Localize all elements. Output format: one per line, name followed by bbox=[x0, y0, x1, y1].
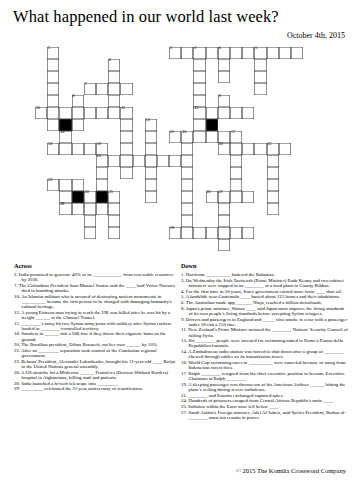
grid-cell[interactable]: 21 bbox=[267, 143, 279, 155]
grid-cell[interactable] bbox=[169, 155, 181, 167]
grid-cell[interactable] bbox=[181, 179, 193, 191]
grid-cell[interactable] bbox=[230, 155, 242, 167]
void-cell bbox=[254, 215, 266, 227]
grid-cell[interactable] bbox=[84, 107, 96, 119]
grid-cell[interactable] bbox=[145, 131, 157, 143]
grid-cell[interactable] bbox=[84, 203, 96, 215]
down-clue-27: 27. Saudi Arabia's Foreign minister, Ade… bbox=[181, 410, 348, 420]
grid-cell[interactable]: 2 bbox=[169, 47, 181, 59]
void-cell bbox=[120, 227, 132, 239]
void-cell bbox=[35, 119, 47, 131]
down-clue-8: 8. Japan's prime minister, Shinzo ____ s… bbox=[181, 306, 348, 316]
void-cell bbox=[267, 239, 279, 251]
void-cell bbox=[35, 203, 47, 215]
void-cell bbox=[242, 71, 254, 83]
void-cell bbox=[279, 95, 291, 107]
grid-cell[interactable] bbox=[193, 131, 205, 143]
grid-cell[interactable]: 9 bbox=[218, 95, 230, 107]
down-clue-13: 13. Six ________ people were arrested fo… bbox=[181, 338, 348, 348]
grid-cell[interactable] bbox=[230, 47, 242, 59]
void-cell bbox=[267, 107, 279, 119]
across-clue-15: 15. ________'s army hit two Syrian army … bbox=[14, 321, 177, 331]
void-cell bbox=[157, 71, 169, 83]
grid-cell[interactable] bbox=[181, 203, 193, 215]
void-cell bbox=[206, 95, 218, 107]
grid-cell[interactable] bbox=[218, 227, 230, 239]
grid-cell[interactable] bbox=[145, 143, 157, 155]
puzzle-date: October 4th, 2015 bbox=[287, 31, 345, 40]
grid-cell[interactable] bbox=[218, 203, 230, 215]
grid-cell[interactable] bbox=[230, 191, 242, 203]
across-clue-18: 18. Smokers in ______ risk a €68 fine if… bbox=[14, 331, 177, 341]
void-cell bbox=[193, 215, 205, 227]
grid-cell[interactable] bbox=[230, 227, 242, 239]
grid-cell[interactable] bbox=[59, 179, 71, 191]
void-cell bbox=[291, 107, 303, 119]
cell-number: 18 bbox=[48, 143, 52, 147]
grid-cell[interactable]: 19 bbox=[96, 143, 108, 155]
void-cell bbox=[72, 167, 84, 179]
void-cell bbox=[133, 119, 145, 131]
void-cell bbox=[291, 95, 303, 107]
grid-cell[interactable] bbox=[279, 143, 291, 155]
grid-cell[interactable] bbox=[218, 107, 230, 119]
grid-cell[interactable]: 24 bbox=[84, 191, 96, 203]
down-clue-9: 9. Drivers and passengers in England and… bbox=[181, 317, 348, 327]
grid-cell[interactable] bbox=[254, 71, 266, 83]
grid-cell[interactable] bbox=[145, 191, 157, 203]
void-cell bbox=[157, 203, 169, 215]
grid-cell[interactable]: 25 bbox=[108, 191, 120, 203]
cell-number: 3 bbox=[194, 47, 196, 51]
void-cell bbox=[169, 215, 181, 227]
void-cell bbox=[169, 239, 181, 251]
void-cell bbox=[96, 59, 108, 71]
grid-cell[interactable] bbox=[254, 83, 266, 95]
grid-cell[interactable] bbox=[145, 155, 157, 167]
grid-cell[interactable] bbox=[267, 155, 279, 167]
void-cell bbox=[230, 59, 242, 71]
void-cell bbox=[96, 227, 108, 239]
grid-cell[interactable]: 20 bbox=[218, 143, 230, 155]
grid-cell[interactable] bbox=[47, 59, 59, 71]
void-cell bbox=[218, 167, 230, 179]
down-clue-11: 11. New Zealand's Prime Minister accused… bbox=[181, 327, 348, 337]
grid-cell[interactable] bbox=[72, 119, 84, 131]
grid-cell[interactable] bbox=[181, 155, 193, 167]
void-cell bbox=[59, 59, 71, 71]
grid-cell[interactable] bbox=[218, 59, 230, 71]
grid-cell[interactable] bbox=[230, 107, 242, 119]
void-cell bbox=[279, 83, 291, 95]
grid-cell[interactable] bbox=[267, 191, 279, 203]
void-cell bbox=[84, 119, 96, 131]
down-clue-list: 1. Hurricane __________ battered the Bah… bbox=[181, 272, 348, 420]
void-cell bbox=[145, 203, 157, 215]
void-cell bbox=[145, 83, 157, 95]
across-clue-26: 26. A US airstrike hit a Médecins ______… bbox=[14, 370, 177, 380]
across-clue-23: 23. Belarus' President, Alexander Lukash… bbox=[14, 359, 177, 369]
void-cell bbox=[267, 227, 279, 239]
void-cell bbox=[108, 179, 120, 191]
grid-cell[interactable] bbox=[193, 119, 205, 131]
void-cell bbox=[59, 71, 71, 83]
void-cell bbox=[108, 119, 120, 131]
grid-cell[interactable]: 11 bbox=[120, 107, 132, 119]
grid-cell[interactable] bbox=[72, 107, 84, 119]
void-cell bbox=[145, 107, 157, 119]
cell-number: 5 bbox=[255, 47, 257, 51]
void-cell bbox=[254, 155, 266, 167]
void-cell bbox=[72, 71, 84, 83]
void-cell bbox=[169, 203, 181, 215]
void-cell bbox=[242, 95, 254, 107]
void-cell bbox=[145, 215, 157, 227]
void-cell bbox=[291, 239, 303, 251]
grid-cell[interactable] bbox=[242, 191, 254, 203]
grid-cell[interactable] bbox=[218, 131, 230, 143]
black-cell bbox=[59, 119, 71, 131]
down-header: Down bbox=[181, 263, 348, 270]
grid-cell[interactable] bbox=[193, 95, 205, 107]
grid-cell[interactable] bbox=[206, 131, 218, 143]
grid-cell[interactable] bbox=[181, 143, 193, 155]
void-cell bbox=[291, 227, 303, 239]
void-cell bbox=[157, 215, 169, 227]
grid-cell[interactable] bbox=[108, 215, 120, 227]
void-cell bbox=[108, 47, 120, 59]
grid-cell[interactable] bbox=[279, 47, 291, 59]
grid-cell[interactable]: 17 bbox=[230, 131, 242, 143]
grid-cell[interactable] bbox=[59, 107, 71, 119]
void-cell bbox=[218, 119, 230, 131]
grid-cell[interactable]: 26 bbox=[206, 191, 218, 203]
grid-cell[interactable] bbox=[181, 191, 193, 203]
void-cell bbox=[206, 167, 218, 179]
grid-cell[interactable]: 4 bbox=[218, 47, 230, 59]
grid-cell[interactable] bbox=[254, 143, 266, 155]
across-section: Across 2. India promised to generate 40%… bbox=[14, 263, 177, 392]
down-section: Down 1. Hurricane __________ battered th… bbox=[181, 263, 348, 421]
void-cell bbox=[254, 131, 266, 143]
void-cell bbox=[157, 107, 169, 119]
cell-number: 29 bbox=[170, 227, 174, 231]
void-cell bbox=[279, 227, 291, 239]
down-clue-24: 24. Hundreds of prisoners escaped from C… bbox=[181, 398, 348, 403]
grid-cell[interactable] bbox=[96, 167, 108, 179]
void-cell bbox=[206, 71, 218, 83]
grid-cell[interactable] bbox=[181, 215, 193, 227]
grid-cell[interactable] bbox=[120, 131, 132, 143]
void-cell bbox=[133, 47, 145, 59]
down-clue-16: 16. World Cup swimming races in ________… bbox=[181, 360, 348, 370]
grid-cell[interactable]: 16 bbox=[181, 131, 193, 143]
void-cell bbox=[267, 215, 279, 227]
void-cell bbox=[72, 131, 84, 143]
grid-cell[interactable] bbox=[84, 215, 96, 227]
grid-cell[interactable] bbox=[47, 95, 59, 107]
void-cell bbox=[291, 71, 303, 83]
grid-cell[interactable]: 13 bbox=[145, 119, 157, 131]
across-clue-29: 29. _________ celebrated the 25 year ann… bbox=[14, 386, 177, 391]
void-cell bbox=[133, 131, 145, 143]
void-cell bbox=[157, 95, 169, 107]
cell-number: 4 bbox=[219, 47, 221, 51]
grid-cell[interactable] bbox=[108, 107, 120, 119]
grid-cell[interactable] bbox=[108, 71, 120, 83]
grid-cell[interactable]: 12 bbox=[193, 107, 205, 119]
void-cell bbox=[291, 59, 303, 71]
grid-cell[interactable]: 22 bbox=[96, 155, 108, 167]
void-cell bbox=[242, 119, 254, 131]
void-cell bbox=[59, 83, 71, 95]
void-cell bbox=[72, 59, 84, 71]
grid-cell[interactable] bbox=[84, 227, 96, 239]
grid-cell[interactable] bbox=[218, 215, 230, 227]
void-cell bbox=[35, 239, 47, 251]
grid-cell[interactable]: 7 bbox=[84, 83, 96, 95]
void-cell bbox=[145, 47, 157, 59]
down-clue-4: 4. For the first time in 50 years, Iran'… bbox=[181, 289, 348, 294]
across-clue-12: 12. A young Eritrean man trying to reach… bbox=[14, 310, 177, 320]
void-cell bbox=[72, 215, 84, 227]
grid-cell[interactable] bbox=[267, 179, 279, 191]
grid-cell[interactable] bbox=[193, 59, 205, 71]
grid-cell[interactable] bbox=[230, 143, 242, 155]
cell-number: 11 bbox=[121, 107, 125, 111]
void-cell bbox=[206, 203, 218, 215]
void-cell bbox=[254, 203, 266, 215]
grid-cell[interactable] bbox=[120, 119, 132, 131]
void-cell bbox=[59, 215, 71, 227]
down-clue-25: 25. Inflation within the Euro-zone fell … bbox=[181, 404, 348, 409]
void-cell bbox=[35, 143, 47, 155]
void-cell bbox=[84, 59, 96, 71]
void-cell bbox=[59, 167, 71, 179]
void-cell bbox=[35, 227, 47, 239]
void-cell bbox=[242, 131, 254, 143]
cell-number: 12 bbox=[194, 107, 198, 111]
crossword-grid: 1234567891011121314151617181920212223242… bbox=[35, 47, 303, 251]
grid-cell[interactable] bbox=[47, 119, 59, 131]
void-cell bbox=[267, 119, 279, 131]
void-cell bbox=[218, 179, 230, 191]
grid-cell[interactable]: 1 bbox=[47, 47, 59, 59]
grid-cell[interactable]: 18 bbox=[47, 143, 59, 155]
void-cell bbox=[157, 239, 169, 251]
void-cell bbox=[59, 47, 71, 59]
void-cell bbox=[230, 239, 242, 251]
cell-number: 14 bbox=[60, 131, 64, 135]
grid-cell[interactable]: 8 bbox=[72, 95, 84, 107]
grid-cell[interactable] bbox=[242, 227, 254, 239]
void-cell bbox=[193, 143, 205, 155]
void-cell bbox=[108, 167, 120, 179]
grid-cell[interactable] bbox=[108, 155, 120, 167]
void-cell bbox=[47, 227, 59, 239]
grid-cell[interactable] bbox=[47, 71, 59, 83]
void-cell bbox=[35, 215, 47, 227]
grid-cell[interactable]: 6 bbox=[108, 59, 120, 71]
grid-cell[interactable] bbox=[193, 83, 205, 95]
void-cell bbox=[157, 59, 169, 71]
void-cell bbox=[84, 179, 96, 191]
grid-cell[interactable] bbox=[291, 47, 303, 59]
void-cell bbox=[254, 179, 266, 191]
grid-cell[interactable] bbox=[242, 143, 254, 155]
grid-cell[interactable] bbox=[267, 47, 279, 59]
void-cell bbox=[145, 239, 157, 251]
grid-cell[interactable] bbox=[157, 155, 169, 167]
grid-cell[interactable] bbox=[242, 47, 254, 59]
void-cell bbox=[169, 59, 181, 71]
grid-cell[interactable] bbox=[47, 107, 59, 119]
down-clue-19: 19. A sleeping passenger was thrown out … bbox=[181, 382, 348, 392]
grid-cell[interactable]: 29 bbox=[169, 227, 181, 239]
void-cell bbox=[181, 59, 193, 71]
cell-number: 21 bbox=[267, 143, 271, 147]
grid-cell[interactable] bbox=[193, 227, 205, 239]
black-cell bbox=[96, 191, 108, 203]
grid-cell[interactable]: 23 bbox=[47, 179, 59, 191]
void-cell bbox=[35, 179, 47, 191]
down-clue-6: 6. The Australian-made app, ______ Ninja… bbox=[181, 300, 348, 305]
void-cell bbox=[120, 215, 132, 227]
grid-cell[interactable] bbox=[47, 83, 59, 95]
grid-cell[interactable] bbox=[59, 143, 71, 155]
grid-cell[interactable] bbox=[120, 167, 132, 179]
grid-cell[interactable] bbox=[108, 83, 120, 95]
void-cell bbox=[291, 215, 303, 227]
grid-cell[interactable] bbox=[96, 83, 108, 95]
void-cell bbox=[133, 227, 145, 239]
void-cell bbox=[254, 239, 266, 251]
void-cell bbox=[206, 83, 218, 95]
down-clue-3: 3. On Wednesday the Irish Taoiseach (Pri… bbox=[181, 278, 348, 288]
void-cell bbox=[254, 107, 266, 119]
grid-cell[interactable] bbox=[72, 143, 84, 155]
down-clue-5: 5. A landslide near Guatemala ____ burie… bbox=[181, 294, 348, 299]
void-cell bbox=[84, 95, 96, 107]
grid-cell[interactable] bbox=[133, 155, 145, 167]
void-cell bbox=[157, 167, 169, 179]
grid-cell[interactable] bbox=[230, 179, 242, 191]
cell-number: 15 bbox=[170, 131, 174, 135]
grid-cell[interactable] bbox=[59, 191, 71, 203]
down-clue-17: 17. Ralph ________ resigned from his chi… bbox=[181, 371, 348, 381]
grid-cell[interactable]: 28 bbox=[59, 203, 71, 215]
void-cell bbox=[206, 59, 218, 71]
void-cell bbox=[84, 167, 96, 179]
grid-cell[interactable] bbox=[230, 167, 242, 179]
grid-cell[interactable] bbox=[206, 227, 218, 239]
void-cell bbox=[35, 131, 47, 143]
void-cell bbox=[230, 83, 242, 95]
void-cell bbox=[169, 95, 181, 107]
void-cell bbox=[279, 203, 291, 215]
grid-cell[interactable] bbox=[72, 179, 84, 191]
void-cell bbox=[254, 227, 266, 239]
void-cell bbox=[47, 215, 59, 227]
grid-cell[interactable]: 15 bbox=[169, 131, 181, 143]
grid-cell[interactable]: 3 bbox=[193, 47, 205, 59]
void-cell bbox=[108, 131, 120, 143]
grid-cell[interactable] bbox=[145, 179, 157, 191]
cell-number: 24 bbox=[85, 191, 89, 195]
void-cell bbox=[35, 83, 47, 95]
grid-cell[interactable] bbox=[84, 143, 96, 155]
void-cell bbox=[279, 59, 291, 71]
void-cell bbox=[47, 203, 59, 215]
grid-cell[interactable]: 5 bbox=[254, 47, 266, 59]
grid-cell[interactable]: 10 bbox=[35, 107, 47, 119]
grid-cell[interactable] bbox=[120, 143, 132, 155]
void-cell bbox=[133, 239, 145, 251]
void-cell bbox=[47, 131, 59, 143]
void-cell bbox=[133, 203, 145, 215]
void-cell bbox=[291, 203, 303, 215]
void-cell bbox=[242, 239, 254, 251]
void-cell bbox=[120, 179, 132, 191]
cell-number: 19 bbox=[97, 143, 101, 147]
grid-cell[interactable] bbox=[193, 71, 205, 83]
grid-cell[interactable] bbox=[96, 179, 108, 191]
void-cell bbox=[133, 167, 145, 179]
void-cell bbox=[254, 119, 266, 131]
page-title: What happened in our world last week? bbox=[13, 7, 279, 27]
grid-cell[interactable]: 14 bbox=[59, 131, 71, 143]
void-cell bbox=[206, 239, 218, 251]
void-cell bbox=[72, 239, 84, 251]
void-cell bbox=[120, 59, 132, 71]
void-cell bbox=[242, 179, 254, 191]
grid-cell[interactable] bbox=[108, 95, 120, 107]
grid-cell[interactable] bbox=[108, 227, 120, 239]
grid-cell[interactable] bbox=[206, 107, 218, 119]
void-cell bbox=[230, 95, 242, 107]
grid-cell[interactable] bbox=[267, 203, 279, 215]
grid-cell[interactable] bbox=[120, 155, 132, 167]
void-cell bbox=[35, 167, 47, 179]
grid-cell[interactable] bbox=[72, 203, 84, 215]
black-cell bbox=[72, 191, 84, 203]
grid-cell[interactable] bbox=[108, 203, 120, 215]
grid-cell[interactable] bbox=[145, 167, 157, 179]
grid-cell[interactable] bbox=[267, 167, 279, 179]
grid-cell[interactable] bbox=[218, 239, 230, 251]
grid-cell[interactable] bbox=[120, 83, 132, 95]
void-cell bbox=[181, 107, 193, 119]
grid-cell[interactable]: 27 bbox=[218, 191, 230, 203]
grid-cell[interactable] bbox=[181, 227, 193, 239]
void-cell bbox=[108, 239, 120, 251]
void-cell bbox=[133, 95, 145, 107]
void-cell bbox=[279, 71, 291, 83]
void-cell bbox=[267, 95, 279, 107]
grid-cell[interactable] bbox=[254, 59, 266, 71]
grid-cell[interactable] bbox=[218, 71, 230, 83]
grid-cell[interactable] bbox=[96, 107, 108, 119]
void-cell bbox=[59, 95, 71, 107]
void-cell bbox=[291, 83, 303, 95]
cell-number: 16 bbox=[182, 131, 186, 135]
grid-cell[interactable] bbox=[181, 167, 193, 179]
void-cell bbox=[279, 167, 291, 179]
grid-cell[interactable] bbox=[206, 47, 218, 59]
grid-cell[interactable] bbox=[242, 107, 254, 119]
grid-cell[interactable] bbox=[96, 203, 108, 215]
grid-cell[interactable] bbox=[181, 47, 193, 59]
